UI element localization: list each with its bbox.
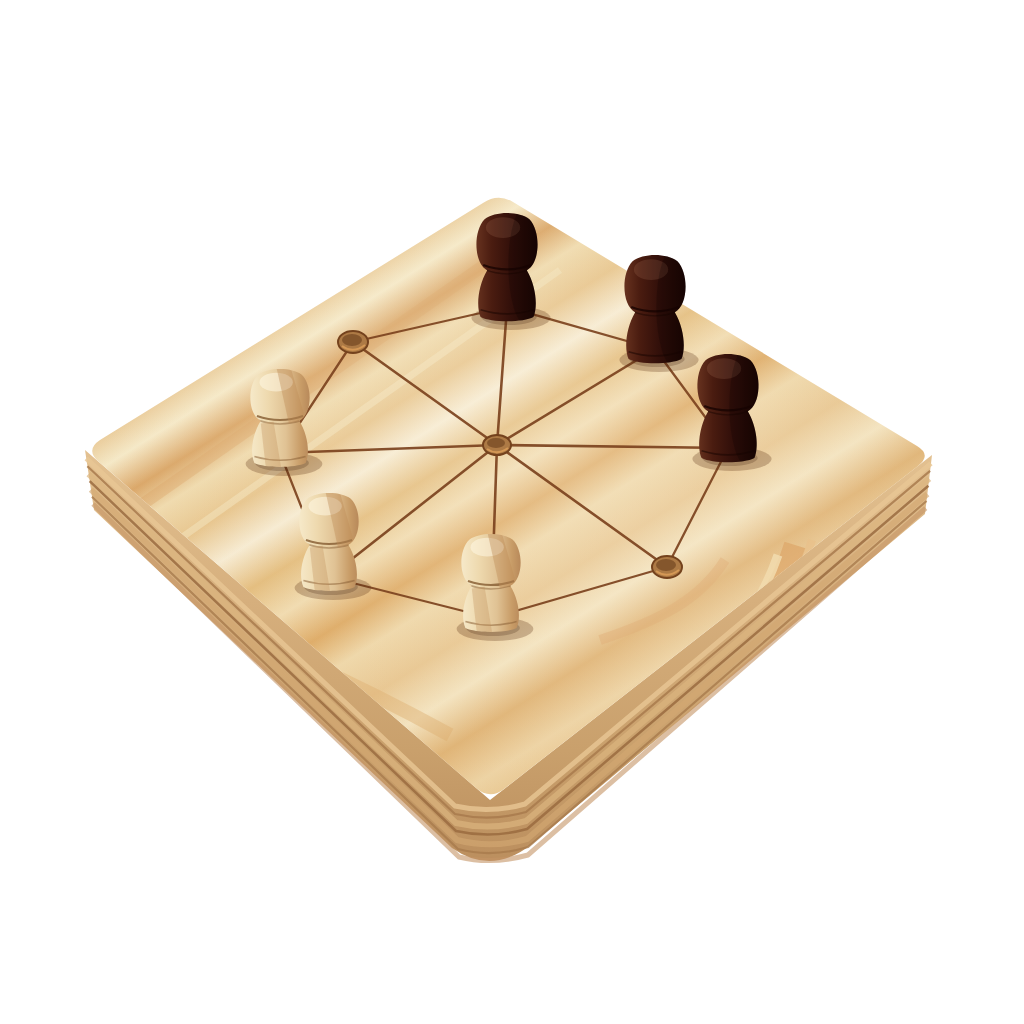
product-photo-scene	[0, 0, 1024, 1024]
point-center[interactable]	[461, 409, 533, 481]
point-SE[interactable]	[631, 531, 703, 603]
shisima-board	[0, 0, 1024, 1024]
point-S[interactable]	[455, 582, 527, 654]
point-E[interactable]	[692, 412, 764, 484]
point-W[interactable]	[244, 417, 316, 489]
point-NW[interactable]	[317, 306, 389, 378]
point-N[interactable]	[471, 271, 543, 343]
point-NE[interactable]	[619, 313, 691, 385]
point-SW[interactable]	[293, 541, 365, 613]
